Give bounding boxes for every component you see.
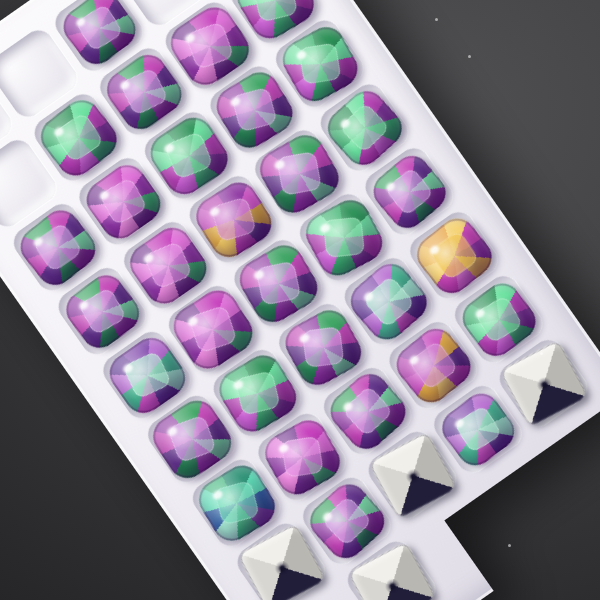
- table-facet: [323, 217, 366, 259]
- table-facet: [53, 112, 105, 164]
- table-facet: [32, 222, 84, 274]
- table-facet: [167, 414, 218, 464]
- table-facet: [231, 87, 278, 134]
- table-facet: [210, 196, 257, 243]
- dust-speck: [540, 352, 543, 355]
- table-facet: [164, 131, 215, 181]
- table-facet: [185, 21, 236, 71]
- table-facet: [408, 340, 460, 391]
- tray-wrapper: [0, 0, 600, 600]
- table-facet: [78, 287, 128, 336]
- table-facet: [188, 305, 238, 355]
- table-facet: [454, 405, 504, 454]
- table-facet: [252, 0, 299, 23]
- table-facet: [298, 43, 342, 86]
- dust-speck: [468, 55, 471, 58]
- table-facet: [302, 326, 345, 368]
- table-facet: [384, 167, 435, 217]
- table-facet: [281, 436, 325, 479]
- table-facet: [255, 261, 302, 307]
- table-facet: [474, 295, 524, 344]
- table-facet: [276, 151, 323, 197]
- table-facet: [428, 230, 480, 282]
- table-facet: [234, 370, 281, 416]
- dust-speck: [508, 544, 511, 547]
- table-facet: [122, 351, 172, 401]
- photo-canvas: [0, 0, 600, 600]
- dust-speck: [435, 18, 438, 21]
- table-facet: [321, 495, 373, 547]
- table-facet: [99, 177, 149, 227]
- storage-tray: [0, 0, 600, 600]
- table-facet: [213, 480, 260, 527]
- table-facet: [119, 67, 169, 117]
- table-facet: [342, 385, 395, 438]
- tray-grid: [0, 0, 600, 600]
- table-facet: [143, 241, 193, 291]
- table-facet: [362, 275, 415, 328]
- table-facet: [75, 4, 125, 53]
- table-facet: [339, 102, 391, 154]
